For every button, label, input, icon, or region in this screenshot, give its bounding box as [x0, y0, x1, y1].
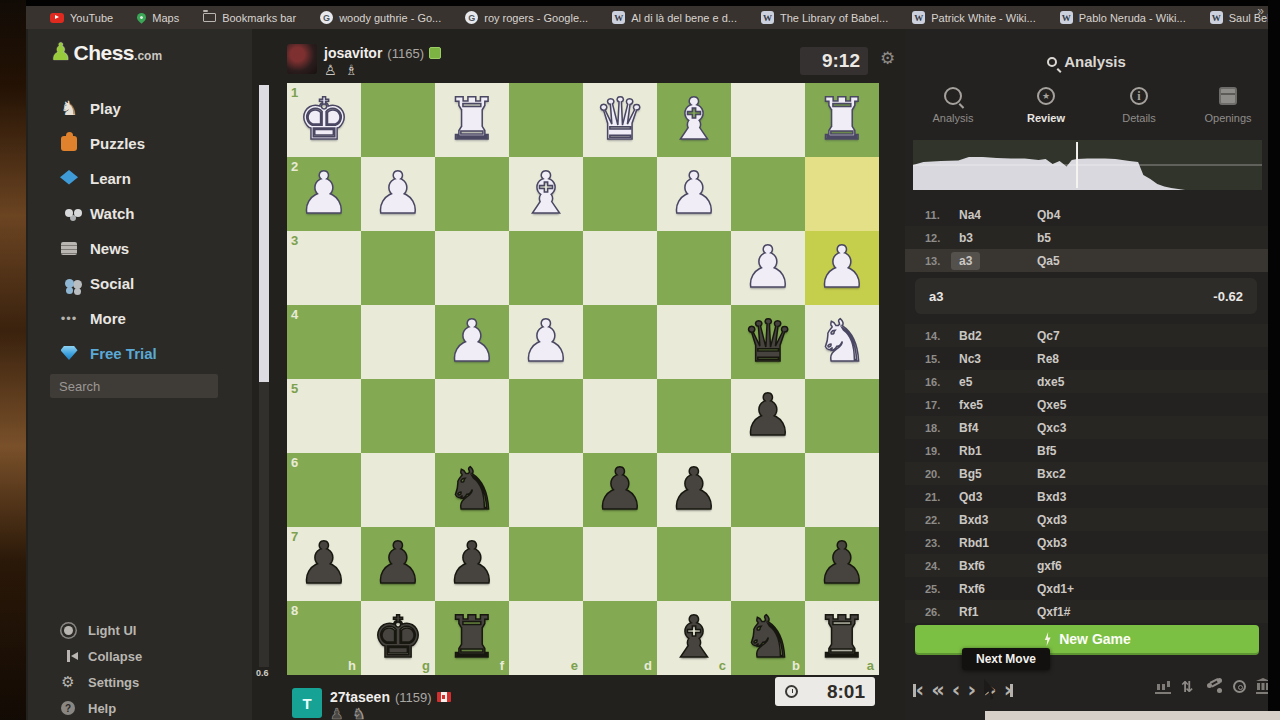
diamond-icon: [61, 346, 78, 360]
bookmarks-overflow-icon[interactable]: »: [1257, 4, 1264, 18]
square-e3[interactable]: [509, 231, 583, 305]
wikipedia-icon: W: [612, 11, 625, 24]
new-game-label: New Game: [1059, 631, 1131, 647]
cube-icon: [1219, 87, 1237, 105]
black-move[interactable]: b5: [1037, 231, 1115, 245]
bottom-player-info[interactable]: 27taseen (1159): [330, 689, 451, 705]
black-move[interactable]: Qc7: [1037, 329, 1115, 343]
bottom-player-flag-badge: [437, 692, 451, 702]
square-b5[interactable]: ♟: [731, 379, 805, 453]
piece-bQ-b4[interactable]: ♛: [731, 305, 805, 379]
top-player-clock: 9:12: [800, 47, 868, 75]
square-c7[interactable]: [657, 527, 731, 601]
square-g8[interactable]: g♚: [361, 601, 435, 675]
sidebar-footer-label: Help: [88, 701, 116, 716]
evaluation-bar-value: 0.6: [256, 668, 269, 678]
piece-wQ-d1[interactable]: ♛: [583, 83, 657, 157]
bookmarks-bar: YouTubeMapsBookmarks barGwoody guthrie -…: [26, 6, 1268, 29]
piece-bN-f6[interactable]: ♞: [435, 453, 509, 527]
sidebar-footer-label: Light UI: [88, 623, 136, 638]
captured-pieces-bottom: ♟ ♞: [330, 705, 368, 720]
square-f8[interactable]: f♜: [435, 601, 509, 675]
move-number: 21.: [925, 491, 959, 503]
move-number: 23.: [925, 537, 959, 549]
piece-wP-c2[interactable]: ♟: [657, 157, 731, 231]
folder-icon: [203, 13, 216, 22]
square-h5[interactable]: 5: [287, 379, 361, 453]
photo-left-edge: [0, 0, 26, 720]
black-move[interactable]: Re8: [1037, 352, 1115, 366]
square-e1[interactable]: [509, 83, 583, 157]
sidebar-item-puzzles[interactable]: Puzzles: [28, 126, 252, 160]
square-c2[interactable]: ♟: [657, 157, 731, 231]
bookmark-item[interactable]: WPatrick White - Wiki...: [912, 11, 1036, 24]
lightning-icon: [1043, 632, 1052, 646]
board-settings-gear-icon[interactable]: ⚙: [880, 48, 895, 68]
piece-bP-d6[interactable]: ♟: [583, 453, 657, 527]
square-h8[interactable]: 8h: [287, 601, 361, 675]
tab-label: Openings: [1204, 112, 1251, 124]
move-row-19: 19.Rb1Bf5: [905, 439, 1268, 462]
move-row-24: 24.Bxf6gxf6: [905, 554, 1268, 577]
maps-pin-icon: [135, 11, 148, 24]
sidebar-item-light-ui[interactable]: Light UI: [28, 617, 252, 643]
move-row-12: 12.b3b5: [905, 226, 1268, 249]
piece-bN-b8[interactable]: ♞: [731, 601, 805, 675]
square-e4[interactable]: ♟: [509, 305, 583, 379]
square-b6[interactable]: [731, 453, 805, 527]
bookmark-label: Bookmarks bar: [222, 12, 296, 24]
share-icon[interactable]: [1207, 678, 1223, 694]
help-icon: ?: [61, 701, 75, 715]
square-e7[interactable]: [509, 527, 583, 601]
tab-label: Review: [1027, 112, 1065, 124]
move-row-17: 17.fxe5Qxe5: [905, 393, 1268, 416]
move-number: 19.: [925, 445, 959, 457]
square-f5[interactable]: [435, 379, 509, 453]
square-b8[interactable]: b♞: [731, 601, 805, 675]
move-row-16: 16.e5dxe5: [905, 370, 1268, 393]
flip-board-icon[interactable]: [1181, 678, 1197, 694]
rank-label-5: 5: [291, 381, 298, 396]
square-d7[interactable]: [583, 527, 657, 601]
rank-label-8: 8: [291, 603, 298, 618]
square-b7[interactable]: [731, 527, 805, 601]
square-e6[interactable]: [509, 453, 583, 527]
bookmark-item[interactable]: Gwoody guthrie - Go...: [320, 11, 441, 24]
piece-wP-e4[interactable]: ♟: [509, 305, 583, 379]
rank-label-6: 6: [291, 455, 298, 470]
next-move-button[interactable]: ›: [967, 680, 974, 701]
evaluation-graph[interactable]: [913, 140, 1262, 190]
square-d2[interactable]: [583, 157, 657, 231]
square-d3[interactable]: [583, 231, 657, 305]
bottom-avatar-letter: T: [302, 695, 311, 712]
sidebar-item-social[interactable]: Social: [28, 266, 252, 300]
captured-pieces-top: ♙ ♗: [324, 62, 360, 78]
move-number: 16.: [925, 376, 959, 388]
piece-bR-a8[interactable]: ♜: [805, 601, 879, 675]
stats-icon[interactable]: [1155, 678, 1171, 694]
sidebar-item-label: Puzzles: [90, 135, 145, 152]
search-input[interactable]: [50, 374, 218, 398]
top-clock-time: 9:12: [822, 50, 860, 72]
avatar-bottom-player[interactable]: T: [292, 688, 322, 718]
bottom-player-name: 27taseen: [330, 689, 390, 705]
move-number: 18.: [925, 422, 959, 434]
move-row-18: 18.Bf4Qxc3: [905, 416, 1268, 439]
tab-label: Details: [1122, 112, 1156, 124]
square-a5[interactable]: [805, 379, 879, 453]
black-move[interactable]: Qxd1+: [1037, 582, 1115, 596]
wikipedia-icon: W: [1060, 11, 1073, 24]
bookmark-item[interactable]: YouTube: [50, 12, 113, 24]
bookmark-label: Maps: [152, 12, 179, 24]
move-number: 20.: [925, 468, 959, 480]
star-circle-icon: [1037, 87, 1055, 105]
move-row-15: 15.Nc3Re8: [905, 347, 1268, 370]
white-move[interactable]: Rbd1: [959, 536, 1037, 550]
chesscom-logo[interactable]: ♟ Chess .com: [50, 41, 162, 65]
sidebar-item-free-trial[interactable]: Free Trial: [28, 336, 252, 370]
evaluation-bar: [259, 85, 269, 667]
move-row-25: 25.Rxf6Qxd1+: [905, 577, 1268, 600]
bookmark-label: The Library of Babel...: [780, 12, 888, 24]
white-move[interactable]: Rb1: [959, 444, 1037, 458]
square-h1[interactable]: 1♚: [287, 83, 361, 157]
collapse-icon: [67, 650, 70, 662]
square-g2[interactable]: ♟: [361, 157, 435, 231]
selected-move-eval-value: -0.62: [1213, 289, 1243, 304]
white-move[interactable]: Rf1: [959, 605, 1037, 619]
white-move[interactable]: fxe5: [959, 398, 1037, 412]
previous-move-button[interactable]: ‹: [952, 680, 959, 701]
watch-icon: [65, 209, 73, 217]
black-move[interactable]: Qxf1#: [1037, 605, 1115, 619]
bookmark-label: roy rogers - Google...: [484, 12, 588, 24]
file-label-d: d: [644, 658, 652, 673]
sidebar-item-label: Learn: [90, 170, 131, 187]
square-g4[interactable]: [361, 305, 435, 379]
piece-bP-b5[interactable]: ♟: [731, 379, 805, 453]
piece-wR-a1[interactable]: ♜: [805, 83, 879, 157]
black-move[interactable]: Qxd3: [1037, 513, 1115, 527]
black-move[interactable]: dxe5: [1037, 375, 1115, 389]
square-g6[interactable]: [361, 453, 435, 527]
wikipedia-icon: W: [912, 11, 925, 24]
piece-bP-a7[interactable]: ♟: [805, 527, 879, 601]
move-row-22: 22.Bxd3Qxd3: [905, 508, 1268, 531]
white-move[interactable]: Bxd3: [959, 513, 1037, 527]
selected-move-san: a3: [929, 289, 943, 304]
square-d5[interactable]: [583, 379, 657, 453]
youtube-icon: [50, 13, 64, 23]
piece-wN-a4[interactable]: ♞: [805, 305, 879, 379]
white-move[interactable]: b3: [959, 231, 1037, 245]
rank-label-4: 4: [291, 307, 298, 322]
square-c5[interactable]: [657, 379, 731, 453]
piece-bB-c8[interactable]: ♝: [657, 601, 731, 675]
move-number: 24.: [925, 560, 959, 572]
bottom-player-rating: (1159): [395, 690, 432, 705]
sidebar-item-settings[interactable]: Settings: [28, 669, 252, 695]
white-move[interactable]: e5: [959, 375, 1037, 389]
square-h3[interactable]: 3: [287, 231, 361, 305]
black-move[interactable]: Qxb3: [1037, 536, 1115, 550]
square-g3[interactable]: [361, 231, 435, 305]
move-number: 26.: [925, 606, 959, 618]
move-row-21: 21.Qd3Bxd3: [905, 485, 1268, 508]
bookmark-item[interactable]: Bookmarks bar: [203, 12, 296, 24]
bottom-player-clock: 8:01: [775, 677, 875, 706]
square-a8[interactable]: a♜: [805, 601, 879, 675]
black-move[interactable]: Qxc3: [1037, 421, 1115, 435]
file-label-e: e: [571, 658, 578, 673]
move-number: 15.: [925, 353, 959, 365]
move-row-23: 23.Rbd1Qxb3: [905, 531, 1268, 554]
focus-mode-icon[interactable]: [1233, 680, 1246, 693]
piece-wP-b3[interactable]: ♟: [731, 231, 805, 305]
move-row-20: 20.Bg5Bxc2: [905, 462, 1268, 485]
white-move[interactable]: a3: [959, 254, 1037, 268]
news-icon: [61, 242, 77, 255]
black-move[interactable]: Qxe5: [1037, 398, 1115, 412]
top-player-info[interactable]: josavitor (1165): [324, 45, 441, 61]
google-icon: G: [465, 11, 478, 24]
square-f6[interactable]: ♞: [435, 453, 509, 527]
square-b2[interactable]: [731, 157, 805, 231]
square-a3[interactable]: ♟: [805, 231, 879, 305]
white-move[interactable]: Na4: [959, 208, 1037, 222]
sidebar-item-label: Social: [90, 275, 134, 292]
bookmark-item[interactable]: WPablo Neruda - Wiki...: [1060, 11, 1186, 24]
square-h6[interactable]: 6: [287, 453, 361, 527]
piece-wP-a3[interactable]: ♟: [805, 231, 879, 305]
square-h4[interactable]: 4: [287, 305, 361, 379]
sidebar-item-label: News: [90, 240, 129, 257]
bookmark-label: Al di là del bene e d...: [631, 12, 737, 24]
square-a7[interactable]: ♟: [805, 527, 879, 601]
bookmark-label: Patrick White - Wiki...: [931, 12, 1036, 24]
move-row-13: 13.a3Qa5: [905, 249, 1268, 272]
clock-icon: [785, 685, 798, 698]
square-g5[interactable]: [361, 379, 435, 453]
photo-right-bezel: [1268, 0, 1280, 720]
sidebar-item-play[interactable]: Play: [28, 91, 252, 125]
bookmark-label: Pablo Neruda - Wiki...: [1079, 12, 1186, 24]
piece-bR-f8[interactable]: ♜: [435, 601, 509, 675]
piece-wP-f4[interactable]: ♟: [435, 305, 509, 379]
square-f1[interactable]: ♜: [435, 83, 509, 157]
move-row-14: 14.Bd2Qc7: [905, 324, 1268, 347]
square-f4[interactable]: ♟: [435, 305, 509, 379]
piece-bP-f7[interactable]: ♟: [435, 527, 509, 601]
panel-title-text: Analysis: [1064, 53, 1126, 70]
go-to-start-button[interactable]: ‹: [913, 680, 922, 701]
gear-icon: [61, 673, 74, 691]
square-g7[interactable]: ♟: [361, 527, 435, 601]
piece-bK-g8[interactable]: ♚: [361, 601, 435, 675]
sidebar: ♟ Chess .com PlayPuzzlesLearnWatchNewsSo…: [28, 29, 252, 720]
puzzles-icon: [61, 136, 77, 151]
sidebar-footer-label: Settings: [88, 675, 139, 690]
white-move[interactable]: Bg5: [959, 467, 1037, 481]
learn-icon: [60, 170, 78, 186]
white-move[interactable]: Bf4: [959, 421, 1037, 435]
piece-wB-e2[interactable]: ♝: [509, 157, 583, 231]
piece-wR-f1[interactable]: ♜: [435, 83, 509, 157]
square-e8[interactable]: e: [509, 601, 583, 675]
go-to-end-button[interactable]: ›: [1004, 680, 1013, 701]
piece-wK-h1[interactable]: ♚: [287, 83, 361, 157]
rank-label-3: 3: [291, 233, 298, 248]
move-number: 17.: [925, 399, 959, 411]
black-move[interactable]: Qb4: [1037, 208, 1115, 222]
evaluation-bar-white: [259, 85, 269, 382]
move-number: 12.: [925, 232, 959, 244]
tab-details[interactable]: Details: [1104, 87, 1174, 124]
bookmark-item[interactable]: WThe Library of Babel...: [761, 11, 888, 24]
square-a1[interactable]: ♜: [805, 83, 879, 157]
sidebar-item-help[interactable]: ?Help: [28, 695, 252, 720]
square-d1[interactable]: ♛: [583, 83, 657, 157]
square-c6[interactable]: ♟: [657, 453, 731, 527]
analysis-magnifier-icon: [1047, 57, 1057, 67]
square-g1[interactable]: [361, 83, 435, 157]
move-row-11: 11.Na4Qb4: [905, 203, 1268, 226]
bookmark-label: woody guthrie - Go...: [339, 12, 441, 24]
sidebar-item-label: Free Trial: [90, 345, 157, 362]
bookmark-item[interactable]: WAl di là del bene e d...: [612, 11, 737, 24]
white-move[interactable]: Qd3: [959, 490, 1037, 504]
square-c8[interactable]: c♝: [657, 601, 731, 675]
move-row-26: 26.Rf1Qxf1#: [905, 600, 1268, 623]
play-knight-icon: [60, 96, 78, 120]
square-d6[interactable]: ♟: [583, 453, 657, 527]
piece-wP-g2[interactable]: ♟: [361, 157, 435, 231]
panel-title: Analysis: [905, 53, 1268, 70]
black-move[interactable]: Bf5: [1037, 444, 1115, 458]
move-number: 11.: [925, 209, 959, 221]
selected-move-eval: a3 -0.62: [915, 278, 1257, 314]
google-icon: G: [320, 11, 333, 24]
piece-bP-g7[interactable]: ♟: [361, 527, 435, 601]
square-c3[interactable]: [657, 231, 731, 305]
black-move[interactable]: gxf6: [1037, 559, 1115, 573]
sun-icon: [64, 626, 73, 635]
fast-rewind-button[interactable]: «: [931, 680, 943, 701]
piece-bP-h7[interactable]: ♟: [287, 527, 361, 601]
top-player-rating: (1165): [387, 46, 424, 61]
tab-analysis[interactable]: Analysis: [918, 87, 988, 124]
more-icon: [61, 309, 78, 327]
square-h2[interactable]: 2♟: [287, 157, 361, 231]
black-move[interactable]: Bxd3: [1037, 490, 1115, 504]
tab-label: Analysis: [933, 112, 974, 124]
tab-openings[interactable]: Openings: [1193, 87, 1263, 124]
square-a4[interactable]: ♞: [805, 305, 879, 379]
square-f7[interactable]: ♟: [435, 527, 509, 601]
logo-word: Chess: [74, 41, 135, 65]
panel-footer-icons: [1155, 678, 1272, 694]
square-c4[interactable]: [657, 305, 731, 379]
sidebar-item-label: Watch: [90, 205, 134, 222]
bookmark-label: YouTube: [70, 12, 113, 24]
pawn-logo-icon: ♟: [50, 41, 72, 63]
square-a6[interactable]: [805, 453, 879, 527]
piece-wP-h2[interactable]: ♟: [287, 157, 361, 231]
move-number: 14.: [925, 330, 959, 342]
info-circle-icon: [1130, 87, 1148, 105]
square-e5[interactable]: [509, 379, 583, 453]
black-move[interactable]: Bxc2: [1037, 467, 1115, 481]
sidebar-item-label: More: [90, 310, 126, 327]
white-move[interactable]: Bd2: [959, 329, 1037, 343]
square-h7[interactable]: 7♟: [287, 527, 361, 601]
sidebar-item-collapse[interactable]: Collapse: [28, 643, 252, 669]
move-number: 22.: [925, 514, 959, 526]
sidebar-item-watch[interactable]: Watch: [28, 196, 252, 230]
social-icon: [65, 279, 74, 288]
tab-review[interactable]: Review: [1011, 87, 1081, 124]
chess-board: 1♚♜♛♝♜2♟♟♝♟3♟♟4♟♟♛♞5♟6♞♟♟7♟♟♟♟8hg♚f♜edc♝…: [287, 83, 879, 675]
white-move[interactable]: Rxf6: [959, 582, 1037, 596]
square-b4[interactable]: ♛: [731, 305, 805, 379]
logo-tld: .com: [134, 49, 162, 63]
avatar-top-player[interactable]: [287, 44, 317, 74]
top-player-name: josavitor: [324, 45, 382, 61]
file-label-h: h: [348, 658, 356, 673]
square-f3[interactable]: [435, 231, 509, 305]
sidebar-item-label: Play: [90, 100, 121, 117]
square-f2[interactable]: [435, 157, 509, 231]
black-move[interactable]: Qa5: [1037, 254, 1115, 268]
square-d8[interactable]: d: [583, 601, 657, 675]
square-b3[interactable]: ♟: [731, 231, 805, 305]
square-d4[interactable]: [583, 305, 657, 379]
square-c1[interactable]: ♝: [657, 83, 731, 157]
wikipedia-icon: W: [1210, 11, 1223, 24]
square-a2[interactable]: [805, 157, 879, 231]
bookmark-item[interactable]: Maps: [137, 12, 179, 24]
bookmark-item[interactable]: Groy rogers - Google...: [465, 11, 588, 24]
square-e2[interactable]: ♝: [509, 157, 583, 231]
white-move[interactable]: Nc3: [959, 352, 1037, 366]
eval-area: [913, 157, 1262, 190]
sidebar-footer-label: Collapse: [88, 649, 142, 664]
sidebar-item-more[interactable]: More: [28, 301, 252, 335]
wikipedia-icon: W: [761, 11, 774, 24]
photo-desk-edge: [985, 711, 1280, 720]
move-number: 25.: [925, 583, 959, 595]
next-move-tooltip: Next Move: [962, 648, 1050, 670]
top-player-flag-badge: [429, 47, 441, 59]
white-move[interactable]: Bxf6: [959, 559, 1037, 573]
piece-bP-c6[interactable]: ♟: [657, 453, 731, 527]
sidebar-item-news[interactable]: News: [28, 231, 252, 265]
bottom-clock-time: 8:01: [827, 681, 865, 703]
square-b1[interactable]: [731, 83, 805, 157]
sidebar-item-learn[interactable]: Learn: [28, 161, 252, 195]
magnifier-icon: [944, 87, 962, 105]
piece-wB-c1[interactable]: ♝: [657, 83, 731, 157]
